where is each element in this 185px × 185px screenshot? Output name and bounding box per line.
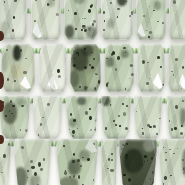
inclusion-speck bbox=[65, 170, 66, 171]
inclusion-speck bbox=[122, 144, 125, 146]
inclusion-speck bbox=[104, 20, 106, 22]
inclusion-speck bbox=[169, 120, 170, 121]
inclusion-speck bbox=[4, 1, 6, 3]
inclusion-speck bbox=[12, 29, 14, 31]
gemstone-bead bbox=[136, 0, 166, 40]
inclusion-speck bbox=[3, 154, 6, 158]
inclusion-speck bbox=[169, 149, 171, 150]
inclusion-speck bbox=[23, 71, 26, 74]
bead-facet-body bbox=[159, 139, 185, 185]
gemstone-bead bbox=[159, 139, 185, 185]
inclusion-speck bbox=[125, 127, 128, 130]
specular-highlight bbox=[33, 22, 42, 38]
inclusion-speck bbox=[77, 128, 78, 129]
inclusion-speck bbox=[143, 15, 145, 17]
facet-shine-overlay bbox=[134, 96, 162, 139]
bead-facet-body bbox=[136, 0, 166, 40]
inclusion-speck bbox=[113, 120, 115, 122]
inclusion-patch bbox=[121, 50, 128, 59]
inclusion-speck bbox=[125, 88, 126, 90]
inclusion-speck bbox=[79, 86, 80, 88]
inclusion-speck bbox=[149, 6, 150, 7]
inclusion-speck bbox=[47, 103, 50, 106]
gemstone-bead bbox=[101, 0, 133, 40]
inclusion-speck bbox=[112, 51, 115, 55]
inclusion-speck bbox=[173, 0, 176, 3]
bead-facet-body bbox=[119, 139, 157, 185]
inclusion-speck bbox=[84, 48, 86, 50]
inclusion-speck bbox=[14, 0, 16, 2]
bead-facet-body bbox=[64, 0, 98, 40]
facet-shine-overlay bbox=[169, 0, 185, 40]
inclusion-speck bbox=[174, 127, 177, 130]
inclusion-speck bbox=[183, 172, 185, 174]
inclusion-patch bbox=[70, 70, 79, 87]
facet-shine-overlay bbox=[0, 139, 11, 185]
inclusion-speck bbox=[58, 75, 61, 78]
inclusion-speck bbox=[142, 128, 144, 129]
inclusion-patch bbox=[59, 177, 77, 185]
inclusion-speck bbox=[142, 164, 144, 166]
bead-facet-body bbox=[33, 96, 62, 139]
inclusion-speck bbox=[81, 29, 82, 31]
inclusion-speck bbox=[68, 129, 70, 131]
gemstone-bead bbox=[167, 96, 185, 139]
inclusion-speck bbox=[150, 178, 152, 179]
inclusion-speck bbox=[72, 135, 74, 137]
inclusion-speck bbox=[90, 129, 92, 130]
inclusion-speck bbox=[122, 103, 124, 105]
inclusion-speck bbox=[117, 56, 120, 59]
inclusion-speck bbox=[160, 66, 162, 68]
inclusion-speck bbox=[177, 148, 179, 149]
inclusion-speck bbox=[157, 21, 159, 22]
inclusion-speck bbox=[72, 130, 75, 134]
inclusion-speck bbox=[106, 58, 107, 59]
inclusion-speck bbox=[118, 115, 120, 116]
inclusion-speck bbox=[165, 159, 167, 161]
inclusion-speck bbox=[129, 78, 130, 79]
inclusion-speck bbox=[107, 168, 109, 170]
inclusion-speck bbox=[162, 22, 163, 24]
inclusion-speck bbox=[123, 47, 125, 49]
inclusion-speck bbox=[82, 25, 85, 29]
inclusion-speck bbox=[25, 58, 26, 59]
inclusion-patch bbox=[14, 167, 27, 185]
inclusion-speck bbox=[78, 175, 81, 179]
inclusion-speck bbox=[34, 20, 36, 22]
inclusion-speck bbox=[34, 172, 37, 176]
inclusion-speck bbox=[120, 125, 121, 126]
gemstone-bead bbox=[56, 139, 98, 185]
inclusion-speck bbox=[159, 118, 160, 120]
inclusion-speck bbox=[63, 145, 64, 147]
inclusion-patch bbox=[101, 96, 110, 106]
inclusion-speck bbox=[111, 153, 113, 155]
inclusion-speck bbox=[123, 112, 126, 115]
facet-shine-overlay bbox=[101, 139, 117, 185]
gemstone-bead bbox=[33, 96, 62, 139]
inclusion-speck bbox=[30, 160, 33, 164]
inclusion-speck bbox=[117, 16, 119, 18]
inclusion-speck bbox=[164, 176, 167, 179]
inclusion-speck bbox=[151, 157, 154, 160]
inclusion-speck bbox=[70, 113, 73, 116]
inclusion-speck bbox=[115, 68, 117, 71]
bead-facet-body bbox=[168, 44, 185, 92]
inclusion-speck bbox=[57, 69, 60, 73]
inclusion-speck bbox=[84, 29, 86, 32]
inclusion-speck bbox=[75, 28, 76, 30]
inclusion-speck bbox=[20, 49, 22, 52]
facet-shine-overlay bbox=[104, 44, 134, 92]
inclusion-speck bbox=[129, 15, 131, 18]
inclusion-speck bbox=[94, 87, 97, 90]
inclusion-speck bbox=[93, 179, 95, 181]
inclusion-speck bbox=[126, 154, 128, 156]
inclusion-patch bbox=[65, 25, 75, 38]
inclusion-speck bbox=[126, 105, 128, 106]
specular-highlight bbox=[138, 23, 146, 37]
inclusion-speck bbox=[136, 111, 137, 112]
inclusion-speck bbox=[91, 4, 94, 7]
inclusion-speck bbox=[5, 115, 7, 117]
facet-shine-overlay bbox=[159, 139, 185, 185]
inclusion-speck bbox=[42, 117, 44, 119]
inclusion-speck bbox=[20, 129, 22, 131]
inclusion-speck bbox=[95, 130, 98, 134]
gemstone-bead bbox=[101, 139, 117, 185]
bead-facet-body bbox=[70, 44, 101, 92]
inclusion-speck bbox=[153, 125, 156, 129]
inclusion-speck bbox=[73, 153, 75, 156]
gemstone-bead bbox=[137, 44, 165, 92]
bead-facet-body bbox=[39, 44, 67, 92]
inclusion-speck bbox=[153, 10, 155, 11]
inclusion-speck bbox=[103, 11, 105, 14]
gemstone-bead bbox=[119, 139, 157, 185]
inclusion-speck bbox=[11, 113, 12, 114]
inclusion-speck bbox=[105, 127, 107, 129]
inclusion-speck bbox=[156, 4, 157, 5]
inclusion-speck bbox=[89, 108, 91, 109]
bead-facet-body bbox=[66, 96, 98, 139]
inclusion-speck bbox=[77, 159, 79, 162]
inclusion-speck bbox=[95, 119, 98, 122]
inclusion-speck bbox=[142, 60, 145, 64]
bead-facet-body bbox=[0, 96, 30, 139]
inclusion-speck bbox=[111, 159, 113, 161]
inclusion-speck bbox=[21, 105, 24, 107]
inclusion-speck bbox=[149, 31, 152, 34]
specular-highlight bbox=[47, 76, 58, 90]
inclusion-speck bbox=[123, 174, 125, 176]
inclusion-speck bbox=[84, 66, 87, 69]
bead-facet-body bbox=[167, 96, 185, 139]
inclusion-speck bbox=[73, 175, 75, 178]
inclusion-patch bbox=[11, 65, 23, 77]
inclusion-speck bbox=[35, 0, 36, 1]
inclusion-speck bbox=[175, 58, 178, 61]
gemstone-bead bbox=[66, 96, 98, 139]
inclusion-patch bbox=[74, 0, 86, 4]
inclusion-speck bbox=[182, 66, 185, 70]
inclusion-speck bbox=[27, 170, 29, 172]
bead-facet-body bbox=[0, 0, 27, 40]
inclusion-speck bbox=[88, 27, 91, 31]
inclusion-speck bbox=[27, 177, 28, 178]
inclusion-speck bbox=[84, 18, 85, 19]
bead-facet-body bbox=[56, 139, 98, 185]
inclusion-patch bbox=[124, 149, 144, 173]
inclusion-speck bbox=[96, 74, 98, 75]
inclusion-speck bbox=[37, 184, 39, 185]
gemstone-bead bbox=[169, 0, 185, 40]
photo-canvas: Macro photo of four horizontal strands o… bbox=[0, 0, 185, 185]
inclusion-speck bbox=[126, 1, 127, 3]
inclusion-speck bbox=[171, 128, 174, 131]
inclusion-speck bbox=[88, 9, 91, 13]
inclusion-speck bbox=[146, 82, 149, 86]
inclusion-speck bbox=[82, 184, 84, 185]
inclusion-speck bbox=[85, 111, 88, 116]
inclusion-speck bbox=[147, 62, 148, 63]
inclusion-speck bbox=[82, 18, 83, 19]
inclusion-speck bbox=[93, 20, 96, 23]
inclusion-speck bbox=[6, 49, 8, 50]
inclusion-speck bbox=[10, 100, 12, 102]
inclusion-speck bbox=[182, 100, 184, 103]
inclusion-patch bbox=[107, 19, 114, 28]
specular-highlight bbox=[179, 74, 185, 89]
inclusion-speck bbox=[93, 58, 95, 60]
gemstone-bead bbox=[101, 96, 131, 139]
gemstone-bead bbox=[14, 139, 51, 185]
inclusion-speck bbox=[180, 132, 183, 135]
inclusion-speck bbox=[103, 29, 105, 31]
inclusion-speck bbox=[175, 105, 178, 109]
inclusion-speck bbox=[142, 132, 144, 134]
bead-facet-body bbox=[14, 139, 51, 185]
inclusion-speck bbox=[40, 168, 43, 171]
inclusion-speck bbox=[131, 11, 133, 14]
inclusion-speck bbox=[56, 13, 58, 16]
inclusion-patch bbox=[143, 139, 156, 152]
bead-facet-body bbox=[101, 0, 133, 40]
inclusion-speck bbox=[131, 73, 134, 76]
inclusion-speck bbox=[128, 131, 130, 133]
inclusion-speck bbox=[146, 30, 147, 32]
inclusion-speck bbox=[89, 116, 92, 120]
inclusion-patch bbox=[180, 108, 185, 127]
inclusion-speck bbox=[173, 153, 174, 154]
inclusion-speck bbox=[87, 158, 90, 161]
inclusion-speck bbox=[132, 87, 134, 89]
gemstone-bead bbox=[168, 44, 185, 92]
bead-facet-body bbox=[104, 44, 134, 92]
facet-shine-overlay bbox=[101, 0, 133, 40]
bead-facet-body bbox=[169, 0, 185, 40]
gemstone-bead bbox=[1, 44, 35, 92]
bead-facet-body bbox=[101, 139, 117, 185]
inclusion-patch bbox=[82, 45, 93, 57]
inclusion-speck bbox=[163, 147, 164, 148]
inclusion-speck bbox=[91, 66, 94, 69]
inclusion-speck bbox=[68, 10, 69, 11]
inclusion-speck bbox=[98, 80, 100, 83]
gemstone-bead bbox=[31, 0, 61, 40]
inclusion-speck bbox=[163, 183, 165, 185]
inclusion-speck bbox=[92, 23, 94, 26]
inclusion-speck bbox=[147, 160, 148, 161]
inclusion-speck bbox=[117, 8, 120, 10]
inclusion-speck bbox=[181, 88, 182, 89]
specular-highlight bbox=[153, 73, 164, 89]
gemstone-bead bbox=[39, 44, 67, 92]
specular-highlight bbox=[20, 76, 31, 89]
inclusion-speck bbox=[13, 16, 15, 19]
inclusion-speck bbox=[38, 162, 41, 166]
inclusion-patch bbox=[30, 175, 42, 185]
gemstone-bead bbox=[64, 0, 98, 40]
inclusion-speck bbox=[40, 123, 42, 126]
inclusion-speck bbox=[156, 133, 158, 134]
inclusion-speck bbox=[8, 143, 11, 146]
inclusion-speck bbox=[149, 78, 150, 79]
bead-facet-body bbox=[137, 44, 165, 92]
inclusion-speck bbox=[21, 146, 24, 149]
inclusion-speck bbox=[53, 0, 55, 1]
inclusion-speck bbox=[74, 12, 77, 16]
gemstone-bead bbox=[0, 139, 11, 185]
inclusion-patch bbox=[154, 1, 161, 10]
bead-facet-body bbox=[31, 0, 61, 40]
inclusion-speck bbox=[144, 161, 145, 162]
inclusion-speck bbox=[149, 126, 152, 128]
inclusion-speck bbox=[25, 129, 28, 132]
inclusion-speck bbox=[152, 171, 154, 174]
inclusion-speck bbox=[126, 143, 128, 144]
inclusion-speck bbox=[73, 64, 75, 67]
gemstone-bead bbox=[70, 44, 101, 92]
inclusion-speck bbox=[110, 169, 113, 172]
gemstone-bead bbox=[104, 44, 134, 92]
inclusion-speck bbox=[171, 71, 173, 72]
inclusion-speck bbox=[38, 134, 39, 136]
gemstone-bead bbox=[0, 0, 27, 40]
inclusion-speck bbox=[145, 181, 146, 183]
inclusion-speck bbox=[148, 36, 150, 38]
bead-facet-body bbox=[1, 44, 35, 92]
inclusion-speck bbox=[43, 158, 46, 162]
inclusion-speck bbox=[110, 104, 112, 106]
inclusion-speck bbox=[165, 152, 167, 154]
inclusion-patch bbox=[1, 50, 8, 72]
inclusion-speck bbox=[173, 74, 174, 76]
gemstone-bead bbox=[134, 96, 162, 139]
inclusion-patch bbox=[77, 97, 87, 106]
bead-facet-body bbox=[0, 139, 11, 185]
inclusion-speck bbox=[110, 2, 112, 4]
inclusion-speck bbox=[130, 64, 133, 67]
inclusion-speck bbox=[31, 166, 34, 168]
inclusion-speck bbox=[64, 171, 67, 174]
inclusion-speck bbox=[183, 167, 185, 172]
gemstone-bead bbox=[0, 96, 30, 139]
inclusion-speck bbox=[144, 155, 147, 158]
inclusion-speck bbox=[170, 175, 171, 176]
inclusion-speck bbox=[115, 124, 117, 127]
bead-facet-body bbox=[134, 96, 162, 139]
inclusion-speck bbox=[14, 80, 16, 83]
inclusion-speck bbox=[72, 160, 75, 162]
inclusion-patch bbox=[13, 45, 21, 61]
inclusion-speck bbox=[157, 56, 159, 59]
bead-facet-body bbox=[101, 96, 131, 139]
inclusion-speck bbox=[181, 125, 183, 127]
inclusion-speck bbox=[1, 172, 2, 173]
inclusion-speck bbox=[108, 158, 111, 161]
inclusion-speck bbox=[7, 78, 9, 81]
inclusion-patch bbox=[106, 57, 113, 67]
inclusion-speck bbox=[121, 148, 122, 150]
